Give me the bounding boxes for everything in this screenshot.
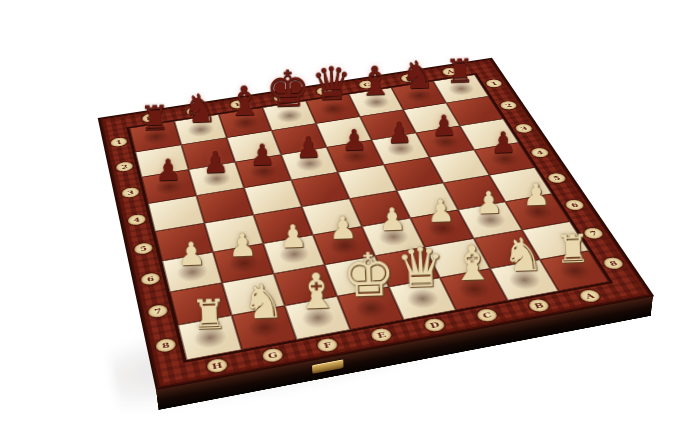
light-pawn-h6[interactable]: ♟ — [176, 238, 206, 269]
light-knight-b8[interactable]: ♞ — [501, 232, 543, 277]
board-frame: ♜♞♝♚♛♝♞♜♟♟♟♟♟♟♟♟♟♟♟♟♟♟♟♟♜♞♝♚♛♝♞♜ 1234567… — [100, 58, 652, 387]
light-pawn-a6[interactable]: ♟ — [522, 180, 550, 210]
rank-label-left-2: 2 — [115, 161, 133, 172]
dark-pawn-h3[interactable]: ♟ — [154, 156, 181, 185]
square-h1[interactable]: ♜ — [129, 121, 181, 152]
light-king-e8[interactable]: ♚ — [340, 246, 395, 304]
rank-label-right-1: 1 — [484, 78, 503, 88]
light-pawn-b6[interactable]: ♟ — [474, 188, 503, 218]
file-label-bottom-C: C — [475, 307, 499, 322]
light-bishop-c8[interactable]: ♝ — [449, 239, 494, 286]
light-pawn-c6[interactable]: ♟ — [426, 196, 455, 226]
square-d8[interactable]: ♛ — [389, 277, 456, 319]
light-queen-d8[interactable]: ♛ — [395, 241, 446, 295]
file-label-bottom-E: E — [370, 327, 394, 343]
dark-pawn-a4[interactable]: ♟ — [490, 129, 517, 157]
chess-board: ♜♞♝♚♛♝♞♜♟♟♟♟♟♟♟♟♟♟♟♟♟♟♟♟♜♞♝♚♛♝♞♜ 1234567… — [100, 58, 652, 387]
camera-tilt: ♜♞♝♚♛♝♞♜♟♟♟♟♟♟♟♟♟♟♟♟♟♟♟♟♜♞♝♚♛♝♞♜ 1234567… — [0, 0, 680, 425]
file-label-bottom-D: D — [423, 317, 447, 332]
file-label-bottom-A: A — [578, 288, 603, 303]
light-rook-a8[interactable]: ♜ — [554, 230, 590, 268]
dark-pawn-c3[interactable]: ♟ — [386, 119, 413, 147]
dark-pawn-b3[interactable]: ♟ — [431, 112, 457, 140]
rank-label-right-8: 8 — [601, 256, 625, 270]
square-g8[interactable]: ♞ — [232, 305, 297, 349]
light-bishop-f8[interactable]: ♝ — [293, 267, 338, 315]
rank-label-left-5: 5 — [133, 241, 153, 254]
perspective-scene: ♜♞♝♚♛♝♞♜♟♟♟♟♟♟♟♟♟♟♟♟♟♟♟♟♜♞♝♚♛♝♞♜ 1234567… — [0, 0, 680, 425]
rank-label-left-4: 4 — [127, 213, 146, 226]
light-pawn-e6[interactable]: ♟ — [328, 213, 357, 244]
rank-label-right-2: 2 — [499, 100, 519, 110]
dark-pawn-f3[interactable]: ♟ — [249, 141, 276, 169]
rank-label-right-6: 6 — [563, 198, 586, 210]
dark-pawn-d3[interactable]: ♟ — [341, 126, 368, 154]
file-label-bottom-H: H — [206, 357, 229, 373]
light-rook-h8[interactable]: ♜ — [190, 295, 228, 335]
rank-label-left-6: 6 — [140, 271, 161, 285]
file-label-bottom-F: F — [316, 337, 339, 353]
dark-queen-d1[interactable]: ♛ — [310, 62, 352, 107]
dark-pawn-g3[interactable]: ♟ — [202, 148, 229, 177]
light-pawn-g6[interactable]: ♟ — [227, 230, 256, 261]
dark-pawn-e3[interactable]: ♟ — [295, 133, 322, 161]
light-pawn-f6[interactable]: ♟ — [278, 221, 307, 252]
rank-label-left-3: 3 — [121, 186, 140, 198]
brass-clasp-icon — [312, 359, 344, 373]
light-knight-g8[interactable]: ♞ — [241, 278, 285, 324]
photo-stage: ♜♞♝♚♛♝♞♜♟♟♟♟♟♟♟♟♟♟♟♟♟♟♟♟♜♞♝♚♛♝♞♜ 1234567… — [0, 0, 680, 425]
file-label-bottom-B: B — [527, 298, 551, 313]
rank-label-right-4: 4 — [529, 147, 550, 158]
dark-king-e1[interactable]: ♚ — [265, 65, 311, 113]
rank-label-left-1: 1 — [110, 136, 128, 147]
square-e8[interactable]: ♚ — [337, 286, 403, 329]
rank-label-left-8: 8 — [155, 337, 177, 353]
light-pawn-d6[interactable]: ♟ — [377, 204, 406, 234]
file-label-bottom-G: G — [261, 347, 284, 363]
square-h4[interactable] — [148, 195, 204, 231]
rank-label-right-3: 3 — [514, 123, 535, 134]
rank-label-left-7: 7 — [147, 303, 168, 318]
